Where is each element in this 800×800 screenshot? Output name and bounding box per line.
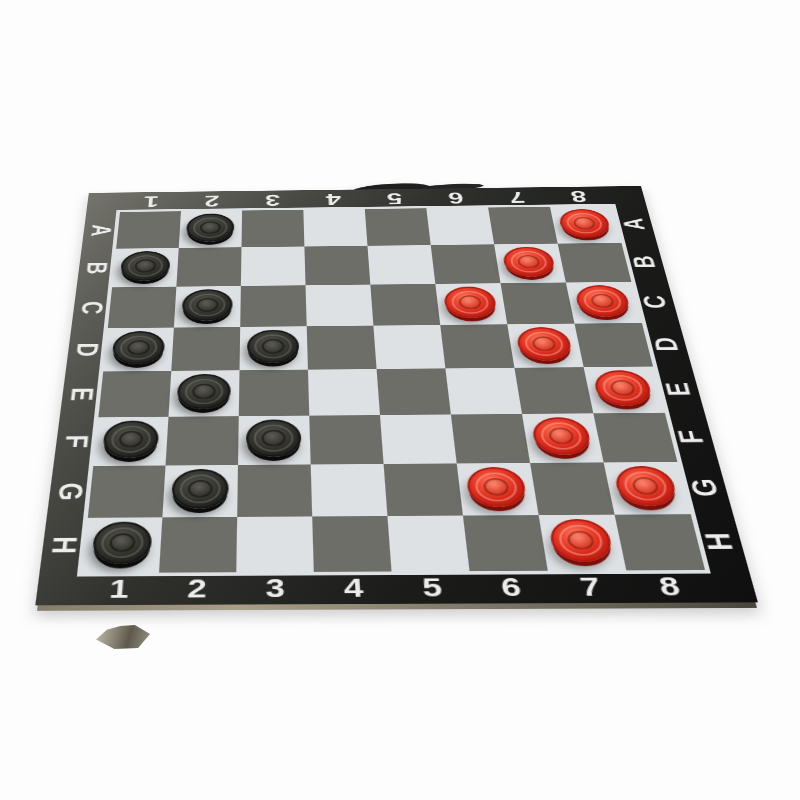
paper-scrap	[96, 625, 150, 649]
label-bottom-4: 4	[314, 572, 394, 605]
checker-red-G8[interactable]	[612, 466, 679, 506]
label-bottom-6: 6	[470, 571, 554, 604]
label-bottom-3: 3	[236, 572, 315, 605]
checker-red-D7[interactable]	[515, 327, 574, 361]
label-bottom-8: 8	[626, 570, 713, 603]
checker-black-C2[interactable]	[181, 289, 232, 321]
label-bottom-2: 2	[157, 572, 236, 605]
checker-red-F7[interactable]	[530, 417, 593, 455]
checker-black-D1[interactable]	[111, 331, 165, 365]
label-bottom-1: 1	[79, 573, 159, 606]
checker-black-A2[interactable]	[186, 213, 235, 242]
checker-black-H1[interactable]	[91, 522, 153, 565]
checker-red-G6[interactable]	[465, 467, 528, 507]
checker-black-G2[interactable]	[171, 469, 229, 509]
checker-black-E2[interactable]	[176, 374, 231, 410]
checker-red-B7[interactable]	[501, 247, 556, 277]
checkers-mat: 12345678 12345678 ABCDEFGH ABCDEFGH	[82, 206, 705, 573]
pieces-layer	[82, 206, 705, 573]
photo-scene: 12345678 12345678 ABCDEFGH ABCDEFGH	[0, 0, 800, 800]
checker-red-C6[interactable]	[443, 286, 498, 318]
label-bottom-5: 5	[392, 571, 474, 604]
checker-black-F1[interactable]	[102, 420, 160, 458]
label-bottom-7: 7	[548, 570, 633, 603]
checker-red-C8[interactable]	[574, 285, 632, 317]
checker-black-F3[interactable]	[246, 419, 302, 457]
checker-black-B1[interactable]	[120, 251, 171, 281]
checker-red-H7[interactable]	[548, 519, 615, 562]
checker-red-A8[interactable]	[557, 209, 612, 238]
checker-black-D3[interactable]	[247, 330, 299, 364]
checker-red-E8[interactable]	[592, 370, 654, 406]
